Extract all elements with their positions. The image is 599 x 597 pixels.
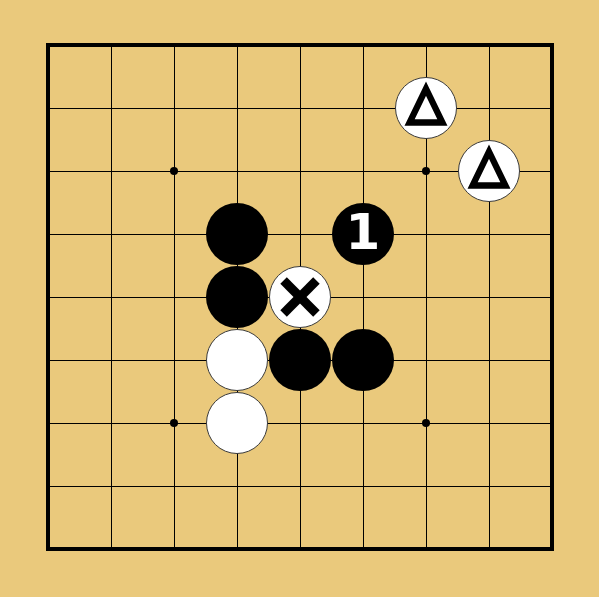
star-point bbox=[422, 167, 430, 175]
stone-black bbox=[206, 266, 268, 328]
stone-black-label: 1 bbox=[332, 203, 394, 265]
star-point bbox=[422, 419, 430, 427]
go-diagram-page: 1 bbox=[0, 0, 599, 597]
triangle-mark-icon bbox=[459, 140, 519, 202]
stone-black bbox=[332, 329, 394, 391]
triangle-mark-icon bbox=[396, 77, 456, 139]
cross-mark-icon bbox=[270, 266, 330, 328]
stone-white bbox=[206, 329, 268, 391]
star-point bbox=[170, 167, 178, 175]
go-board: 1 bbox=[48, 45, 552, 549]
stone-white-cross bbox=[269, 266, 331, 328]
stone-white-triangle bbox=[458, 140, 520, 202]
stone-white bbox=[206, 392, 268, 454]
stone-white-triangle bbox=[395, 77, 457, 139]
star-point bbox=[170, 419, 178, 427]
stone-black bbox=[206, 203, 268, 265]
stone-move-number: 1 bbox=[346, 207, 381, 257]
stone-black bbox=[269, 329, 331, 391]
